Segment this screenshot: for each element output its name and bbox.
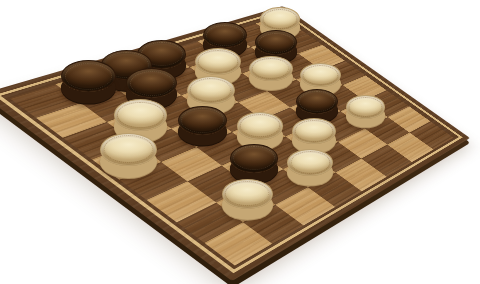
- checker-dark[interactable]: [61, 60, 116, 92]
- checker-light[interactable]: [187, 76, 235, 104]
- crimped-edge-ring: [295, 120, 333, 141]
- crimped-edge-ring: [291, 151, 330, 173]
- checker-light[interactable]: [195, 48, 241, 75]
- checker-light[interactable]: [300, 63, 341, 87]
- checker-light[interactable]: [114, 99, 168, 130]
- checkers-board[interactable]: [0, 6, 470, 281]
- crimped-edge-ring: [206, 25, 244, 47]
- crimped-edge-ring: [181, 108, 224, 133]
- crimped-edge-ring: [252, 58, 289, 79]
- crimped-edge-ring: [258, 33, 294, 53]
- crimped-edge-ring: [65, 63, 113, 90]
- crimped-edge-ring: [349, 97, 383, 116]
- crimped-edge-ring: [299, 91, 335, 112]
- crimped-edge-ring: [190, 78, 231, 102]
- crimped-edge-ring: [240, 114, 280, 137]
- crimped-edge-ring: [104, 135, 153, 163]
- crimped-edge-ring: [130, 71, 174, 96]
- crimped-edge-ring: [117, 102, 163, 128]
- checker-light[interactable]: [100, 133, 156, 166]
- crimped-edge-ring: [303, 65, 338, 85]
- checker-light[interactable]: [222, 179, 273, 209]
- checker-light[interactable]: [237, 112, 284, 139]
- crimped-edge-ring: [263, 9, 297, 29]
- checker-dark[interactable]: [230, 144, 279, 173]
- checker-light[interactable]: [260, 7, 300, 31]
- checker-light[interactable]: [287, 149, 332, 176]
- checker-light[interactable]: [249, 56, 292, 81]
- crimped-edge-ring: [225, 181, 269, 206]
- checker-light[interactable]: [292, 118, 336, 144]
- crimped-edge-ring: [198, 50, 238, 73]
- board-scene: [0, 0, 480, 284]
- checker-dark[interactable]: [255, 30, 297, 55]
- crimped-edge-ring: [233, 146, 275, 170]
- checker-light[interactable]: [346, 95, 386, 118]
